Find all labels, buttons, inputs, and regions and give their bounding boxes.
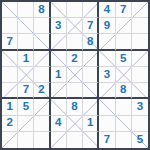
cell-r2c3[interactable]	[34, 18, 50, 34]
cell-r3c4[interactable]	[51, 34, 67, 50]
cell-r8c5[interactable]	[67, 116, 83, 132]
cell-r4c5[interactable]: 2	[67, 51, 83, 67]
cell-r5c2[interactable]	[18, 67, 34, 83]
cell-r4c6[interactable]	[83, 51, 99, 67]
given-digit: 7	[23, 84, 29, 96]
cell-r8c3[interactable]	[34, 116, 50, 132]
cell-r3c6[interactable]: 8	[83, 34, 99, 50]
given-digit: 7	[87, 20, 93, 32]
cell-r7c1[interactable]: 1	[2, 99, 18, 115]
given-digit: 5	[137, 134, 143, 146]
cell-r5c1[interactable]	[2, 67, 18, 83]
cell-r8c9[interactable]	[132, 116, 148, 132]
cell-r2c5[interactable]	[67, 18, 83, 34]
cell-r8c1[interactable]: 2	[2, 116, 18, 132]
cell-r1c8[interactable]: 7	[116, 2, 132, 18]
cell-r7c3[interactable]	[34, 99, 50, 115]
given-digit: 4	[55, 117, 61, 129]
cell-r8c2[interactable]	[18, 116, 34, 132]
cell-r1c3[interactable]: 8	[34, 2, 50, 18]
cell-r7c6[interactable]	[83, 99, 99, 115]
given-digit: 8	[87, 36, 93, 48]
cell-r4c7[interactable]	[99, 51, 115, 67]
cell-r9c7[interactable]: 7	[99, 132, 115, 148]
cell-r1c7[interactable]: 4	[99, 2, 115, 18]
cell-r6c8[interactable]: 8	[116, 83, 132, 99]
cell-r9c2[interactable]	[18, 132, 34, 148]
cell-r1c4[interactable]	[51, 2, 67, 18]
given-digit: 3	[137, 101, 143, 113]
cell-r2c7[interactable]: 9	[99, 18, 115, 34]
cell-r6c2[interactable]: 7	[18, 83, 34, 99]
cell-r3c1[interactable]: 7	[2, 34, 18, 50]
cell-r3c3[interactable]	[34, 34, 50, 50]
cell-r3c5[interactable]	[67, 34, 83, 50]
cell-r2c6[interactable]: 7	[83, 18, 99, 34]
cell-r5c5[interactable]	[67, 67, 83, 83]
cell-r6c6[interactable]	[83, 83, 99, 99]
cell-r6c3[interactable]: 2	[34, 83, 50, 99]
given-digit: 8	[120, 84, 126, 96]
cell-r9c9[interactable]: 5	[132, 132, 148, 148]
cell-r5c8[interactable]	[116, 67, 132, 83]
cell-r6c7[interactable]	[99, 83, 115, 99]
cell-r5c9[interactable]	[132, 67, 148, 83]
given-digit: 3	[104, 69, 110, 81]
cell-r1c6[interactable]	[83, 2, 99, 18]
given-digit: 8	[71, 101, 77, 113]
cell-r4c9[interactable]	[132, 51, 148, 67]
cell-r3c9[interactable]	[132, 34, 148, 50]
given-digit: 1	[55, 69, 61, 81]
given-digit: 1	[87, 117, 93, 129]
cell-r4c4[interactable]	[51, 51, 67, 67]
cell-r4c3[interactable]	[34, 51, 50, 67]
cell-r3c7[interactable]	[99, 34, 115, 50]
cell-r4c1[interactable]	[2, 51, 18, 67]
given-digit: 1	[6, 101, 12, 113]
given-digit: 1	[23, 53, 29, 65]
sudoku-grid: 8473797812513728158324175	[2, 2, 148, 148]
given-digit: 7	[120, 4, 126, 16]
cell-r2c9[interactable]	[132, 18, 148, 34]
cell-r7c2[interactable]: 5	[18, 99, 34, 115]
given-digit: 2	[71, 53, 77, 65]
cell-r2c1[interactable]	[2, 18, 18, 34]
cell-r9c5[interactable]	[67, 132, 83, 148]
cell-r6c1[interactable]	[2, 83, 18, 99]
given-digit: 2	[38, 84, 44, 96]
cell-r9c1[interactable]	[2, 132, 18, 148]
cell-r9c6[interactable]	[83, 132, 99, 148]
cell-r9c3[interactable]	[34, 132, 50, 148]
cell-r3c2[interactable]	[18, 34, 34, 50]
given-digit: 2	[6, 117, 12, 129]
cell-r7c4[interactable]	[51, 99, 67, 115]
given-digit: 4	[104, 4, 110, 16]
cell-r7c5[interactable]: 8	[67, 99, 83, 115]
cell-r8c7[interactable]	[99, 116, 115, 132]
cell-r8c4[interactable]: 4	[51, 116, 67, 132]
cell-r3c8[interactable]	[116, 34, 132, 50]
cell-r8c6[interactable]: 1	[83, 116, 99, 132]
given-digit: 3	[55, 20, 61, 32]
cell-r6c5[interactable]	[67, 83, 83, 99]
cell-r6c4[interactable]	[51, 83, 67, 99]
cell-r1c2[interactable]	[18, 2, 34, 18]
cell-r7c9[interactable]: 3	[132, 99, 148, 115]
cell-r5c6[interactable]	[83, 67, 99, 83]
cell-r9c4[interactable]	[51, 132, 67, 148]
given-digit: 5	[23, 101, 29, 113]
cell-r4c8[interactable]: 5	[116, 51, 132, 67]
cell-r9c8[interactable]	[116, 132, 132, 148]
cell-r1c9[interactable]	[132, 2, 148, 18]
cell-r1c5[interactable]	[67, 2, 83, 18]
cell-r4c2[interactable]: 1	[18, 51, 34, 67]
sudoku-board: 8473797812513728158324175	[0, 0, 150, 150]
cell-r1c1[interactable]	[2, 2, 18, 18]
cell-r2c4[interactable]: 3	[51, 18, 67, 34]
cell-r6c9[interactable]	[132, 83, 148, 99]
cell-r2c2[interactable]	[18, 18, 34, 34]
given-digit: 7	[104, 134, 110, 146]
cell-r5c4[interactable]: 1	[51, 67, 67, 83]
cell-r8c8[interactable]	[116, 116, 132, 132]
cell-r7c8[interactable]	[116, 99, 132, 115]
cell-r5c7[interactable]: 3	[99, 67, 115, 83]
given-digit: 8	[38, 4, 44, 16]
cell-r5c3[interactable]	[34, 67, 50, 83]
cell-r2c8[interactable]	[116, 18, 132, 34]
cell-r7c7[interactable]	[99, 99, 115, 115]
given-digit: 9	[104, 20, 110, 32]
given-digit: 7	[6, 36, 12, 48]
given-digit: 5	[120, 53, 126, 65]
